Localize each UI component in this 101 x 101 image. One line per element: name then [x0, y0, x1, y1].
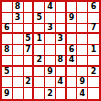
cell-r2c2: 3	[13, 13, 24, 24]
sudoku-board: 8463596375138761284592249924	[0, 0, 101, 101]
cell-r8c7[interactable]	[67, 77, 78, 88]
cell-r2c6[interactable]	[56, 13, 67, 24]
cell-r8c5[interactable]	[45, 77, 56, 88]
cell-r8c1[interactable]	[2, 77, 13, 88]
cell-r9c6[interactable]	[56, 88, 67, 99]
cell-r6c2[interactable]	[13, 56, 24, 67]
cell-r6c8[interactable]	[77, 56, 88, 67]
cell-r9c1: 9	[2, 88, 13, 99]
cell-r5c5[interactable]	[45, 45, 56, 56]
cell-r8c8: 9	[77, 77, 88, 88]
cell-r8c6: 4	[56, 77, 67, 88]
cell-r5c3: 7	[24, 45, 35, 56]
cell-r1c5: 4	[45, 2, 56, 13]
cell-r5c2[interactable]	[13, 45, 24, 56]
cell-r6c9[interactable]	[88, 56, 99, 67]
cell-r8c3: 2	[24, 77, 35, 88]
cell-r4c5[interactable]	[45, 34, 56, 45]
cell-r1c4[interactable]	[34, 2, 45, 13]
cell-r1c8[interactable]	[77, 2, 88, 13]
cell-r7c6[interactable]	[56, 67, 67, 78]
cell-r2c9[interactable]	[88, 13, 99, 24]
cell-r1c7[interactable]	[67, 2, 78, 13]
cell-r3c9: 7	[88, 24, 99, 35]
cell-r3c4[interactable]	[34, 24, 45, 35]
cell-r3c7[interactable]	[67, 24, 78, 35]
cell-r6c7: 4	[67, 56, 78, 67]
cell-r8c9[interactable]	[88, 77, 99, 88]
cell-r5c7: 6	[67, 45, 78, 56]
cell-r9c5: 2	[45, 88, 56, 99]
cell-r4c6: 3	[56, 34, 67, 45]
cell-r6c6: 8	[56, 56, 67, 67]
cell-r3c1: 6	[2, 24, 13, 35]
cell-r7c1: 5	[2, 67, 13, 78]
cell-r7c8[interactable]	[77, 67, 88, 78]
cell-r9c8: 4	[77, 88, 88, 99]
cell-r5c1: 8	[2, 45, 13, 56]
cell-r5c4[interactable]	[34, 45, 45, 56]
cell-r6c1[interactable]	[2, 56, 13, 67]
cell-r4c4: 1	[34, 34, 45, 45]
cell-r3c6[interactable]	[56, 24, 67, 35]
cell-r7c4[interactable]	[34, 67, 45, 78]
cell-r1c3[interactable]	[24, 2, 35, 13]
cell-r2c4: 5	[34, 13, 45, 24]
cell-r7c9: 2	[88, 67, 99, 78]
cell-r2c3[interactable]	[24, 13, 35, 24]
cell-r9c7[interactable]	[67, 88, 78, 99]
cell-r3c8[interactable]	[77, 24, 88, 35]
cell-r1c6[interactable]	[56, 2, 67, 13]
cell-r8c4[interactable]	[34, 77, 45, 88]
cell-r2c1[interactable]	[2, 13, 13, 24]
cell-r2c8[interactable]	[77, 13, 88, 24]
cell-r4c1[interactable]	[2, 34, 13, 45]
cell-r7c7[interactable]	[67, 67, 78, 78]
cell-r6c4: 2	[34, 56, 45, 67]
cell-r7c2[interactable]	[13, 67, 24, 78]
cell-r5c8[interactable]	[77, 45, 88, 56]
cell-r4c2[interactable]	[13, 34, 24, 45]
cell-r4c7[interactable]	[67, 34, 78, 45]
cell-r9c4[interactable]	[34, 88, 45, 99]
cell-r1c2: 8	[13, 2, 24, 13]
cell-r4c3: 5	[24, 34, 35, 45]
cell-r4c8[interactable]	[77, 34, 88, 45]
cell-r1c9: 6	[88, 2, 99, 13]
cell-r7c3[interactable]	[24, 67, 35, 78]
cell-r9c3[interactable]	[24, 88, 35, 99]
cell-r2c7: 9	[67, 13, 78, 24]
cell-r6c5[interactable]	[45, 56, 56, 67]
cell-r3c3[interactable]	[24, 24, 35, 35]
cell-r9c2[interactable]	[13, 88, 24, 99]
cell-r7c5: 9	[45, 67, 56, 78]
cell-r2c5[interactable]	[45, 13, 56, 24]
cell-r5c9: 1	[88, 45, 99, 56]
cell-r4c9[interactable]	[88, 34, 99, 45]
cell-r5c6[interactable]	[56, 45, 67, 56]
cell-r3c2[interactable]	[13, 24, 24, 35]
cell-r9c9[interactable]	[88, 88, 99, 99]
cell-r6c3[interactable]	[24, 56, 35, 67]
cell-r8c2[interactable]	[13, 77, 24, 88]
cell-r3c5: 3	[45, 24, 56, 35]
cell-r1c1[interactable]	[2, 2, 13, 13]
